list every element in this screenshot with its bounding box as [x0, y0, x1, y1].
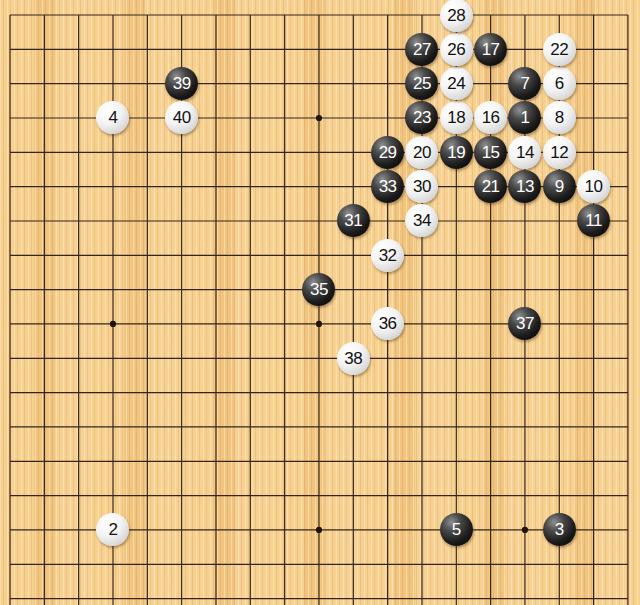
move-number: 38 [344, 349, 362, 366]
stone-white-18[interactable]: 18 [440, 101, 473, 134]
move-number: 2 [109, 521, 118, 538]
stone-black-1[interactable]: 1 [508, 101, 541, 134]
move-number: 3 [555, 521, 564, 538]
move-number: 16 [482, 109, 500, 126]
stone-white-36[interactable]: 36 [371, 307, 404, 340]
move-number: 25 [413, 75, 431, 92]
move-number: 23 [413, 109, 431, 126]
move-number: 8 [555, 109, 564, 126]
stone-black-31[interactable]: 31 [337, 204, 370, 237]
move-number: 21 [482, 178, 500, 195]
move-number: 40 [173, 109, 191, 126]
move-number: 20 [413, 143, 431, 160]
move-number: 36 [379, 315, 397, 332]
move-number: 29 [379, 143, 397, 160]
move-number: 32 [379, 246, 397, 263]
stone-black-23[interactable]: 23 [405, 101, 438, 134]
move-number: 31 [344, 212, 362, 229]
move-number: 30 [413, 178, 431, 195]
move-number: 34 [413, 212, 431, 229]
stone-white-14[interactable]: 14 [508, 136, 541, 169]
move-number: 11 [585, 212, 602, 229]
stone-black-11[interactable]: 11 [577, 204, 610, 237]
stone-black-15[interactable]: 15 [474, 136, 507, 169]
stone-black-35[interactable]: 35 [302, 273, 335, 306]
move-number: 7 [520, 75, 529, 92]
move-number: 18 [447, 109, 465, 126]
move-number: 17 [482, 40, 500, 57]
stone-black-39[interactable]: 39 [165, 67, 198, 100]
stone-white-4[interactable]: 4 [96, 101, 129, 134]
stone-white-22[interactable]: 22 [543, 33, 576, 66]
stone-black-27[interactable]: 27 [405, 33, 438, 66]
move-number: 19 [447, 143, 465, 160]
stone-white-40[interactable]: 40 [165, 101, 198, 134]
go-board[interactable]: 1234567891011121314151617181920212223242… [0, 0, 640, 605]
stone-black-29[interactable]: 29 [371, 136, 404, 169]
stone-black-33[interactable]: 33 [371, 170, 404, 203]
stone-white-30[interactable]: 30 [405, 170, 438, 203]
move-number: 9 [555, 178, 564, 195]
move-number: 37 [516, 315, 534, 332]
stone-black-3[interactable]: 3 [543, 513, 576, 546]
move-number: 4 [109, 109, 118, 126]
stone-black-17[interactable]: 17 [474, 33, 507, 66]
stone-black-37[interactable]: 37 [508, 307, 541, 340]
stone-white-8[interactable]: 8 [543, 101, 576, 134]
stone-white-34[interactable]: 34 [405, 204, 438, 237]
stone-black-13[interactable]: 13 [508, 170, 541, 203]
move-number: 28 [447, 6, 465, 23]
stone-white-6[interactable]: 6 [543, 67, 576, 100]
move-number: 24 [447, 75, 465, 92]
move-number: 6 [555, 75, 564, 92]
stone-white-20[interactable]: 20 [405, 136, 438, 169]
move-number: 1 [520, 109, 529, 126]
move-number: 5 [452, 521, 461, 538]
stone-black-19[interactable]: 19 [440, 136, 473, 169]
stone-white-12[interactable]: 12 [543, 136, 576, 169]
stone-black-7[interactable]: 7 [508, 67, 541, 100]
move-number: 10 [585, 178, 603, 195]
move-number: 35 [310, 281, 328, 298]
move-number: 13 [516, 178, 534, 195]
stones-layer: 1234567891011121314151617181920212223242… [0, 0, 640, 605]
move-number: 12 [550, 143, 568, 160]
stone-white-32[interactable]: 32 [371, 239, 404, 272]
move-number: 27 [413, 40, 431, 57]
stone-white-10[interactable]: 10 [577, 170, 610, 203]
move-number: 39 [173, 75, 191, 92]
move-number: 22 [550, 40, 568, 57]
stone-white-28[interactable]: 28 [440, 0, 473, 32]
stone-white-26[interactable]: 26 [440, 33, 473, 66]
stone-white-24[interactable]: 24 [440, 67, 473, 100]
move-number: 14 [516, 143, 534, 160]
move-number: 15 [482, 143, 500, 160]
stone-white-16[interactable]: 16 [474, 101, 507, 134]
stone-black-21[interactable]: 21 [474, 170, 507, 203]
stone-black-5[interactable]: 5 [440, 513, 473, 546]
move-number: 26 [447, 40, 465, 57]
stone-black-25[interactable]: 25 [405, 67, 438, 100]
stone-black-9[interactable]: 9 [543, 170, 576, 203]
stone-white-2[interactable]: 2 [96, 513, 129, 546]
stone-white-38[interactable]: 38 [337, 342, 370, 375]
move-number: 33 [379, 178, 397, 195]
